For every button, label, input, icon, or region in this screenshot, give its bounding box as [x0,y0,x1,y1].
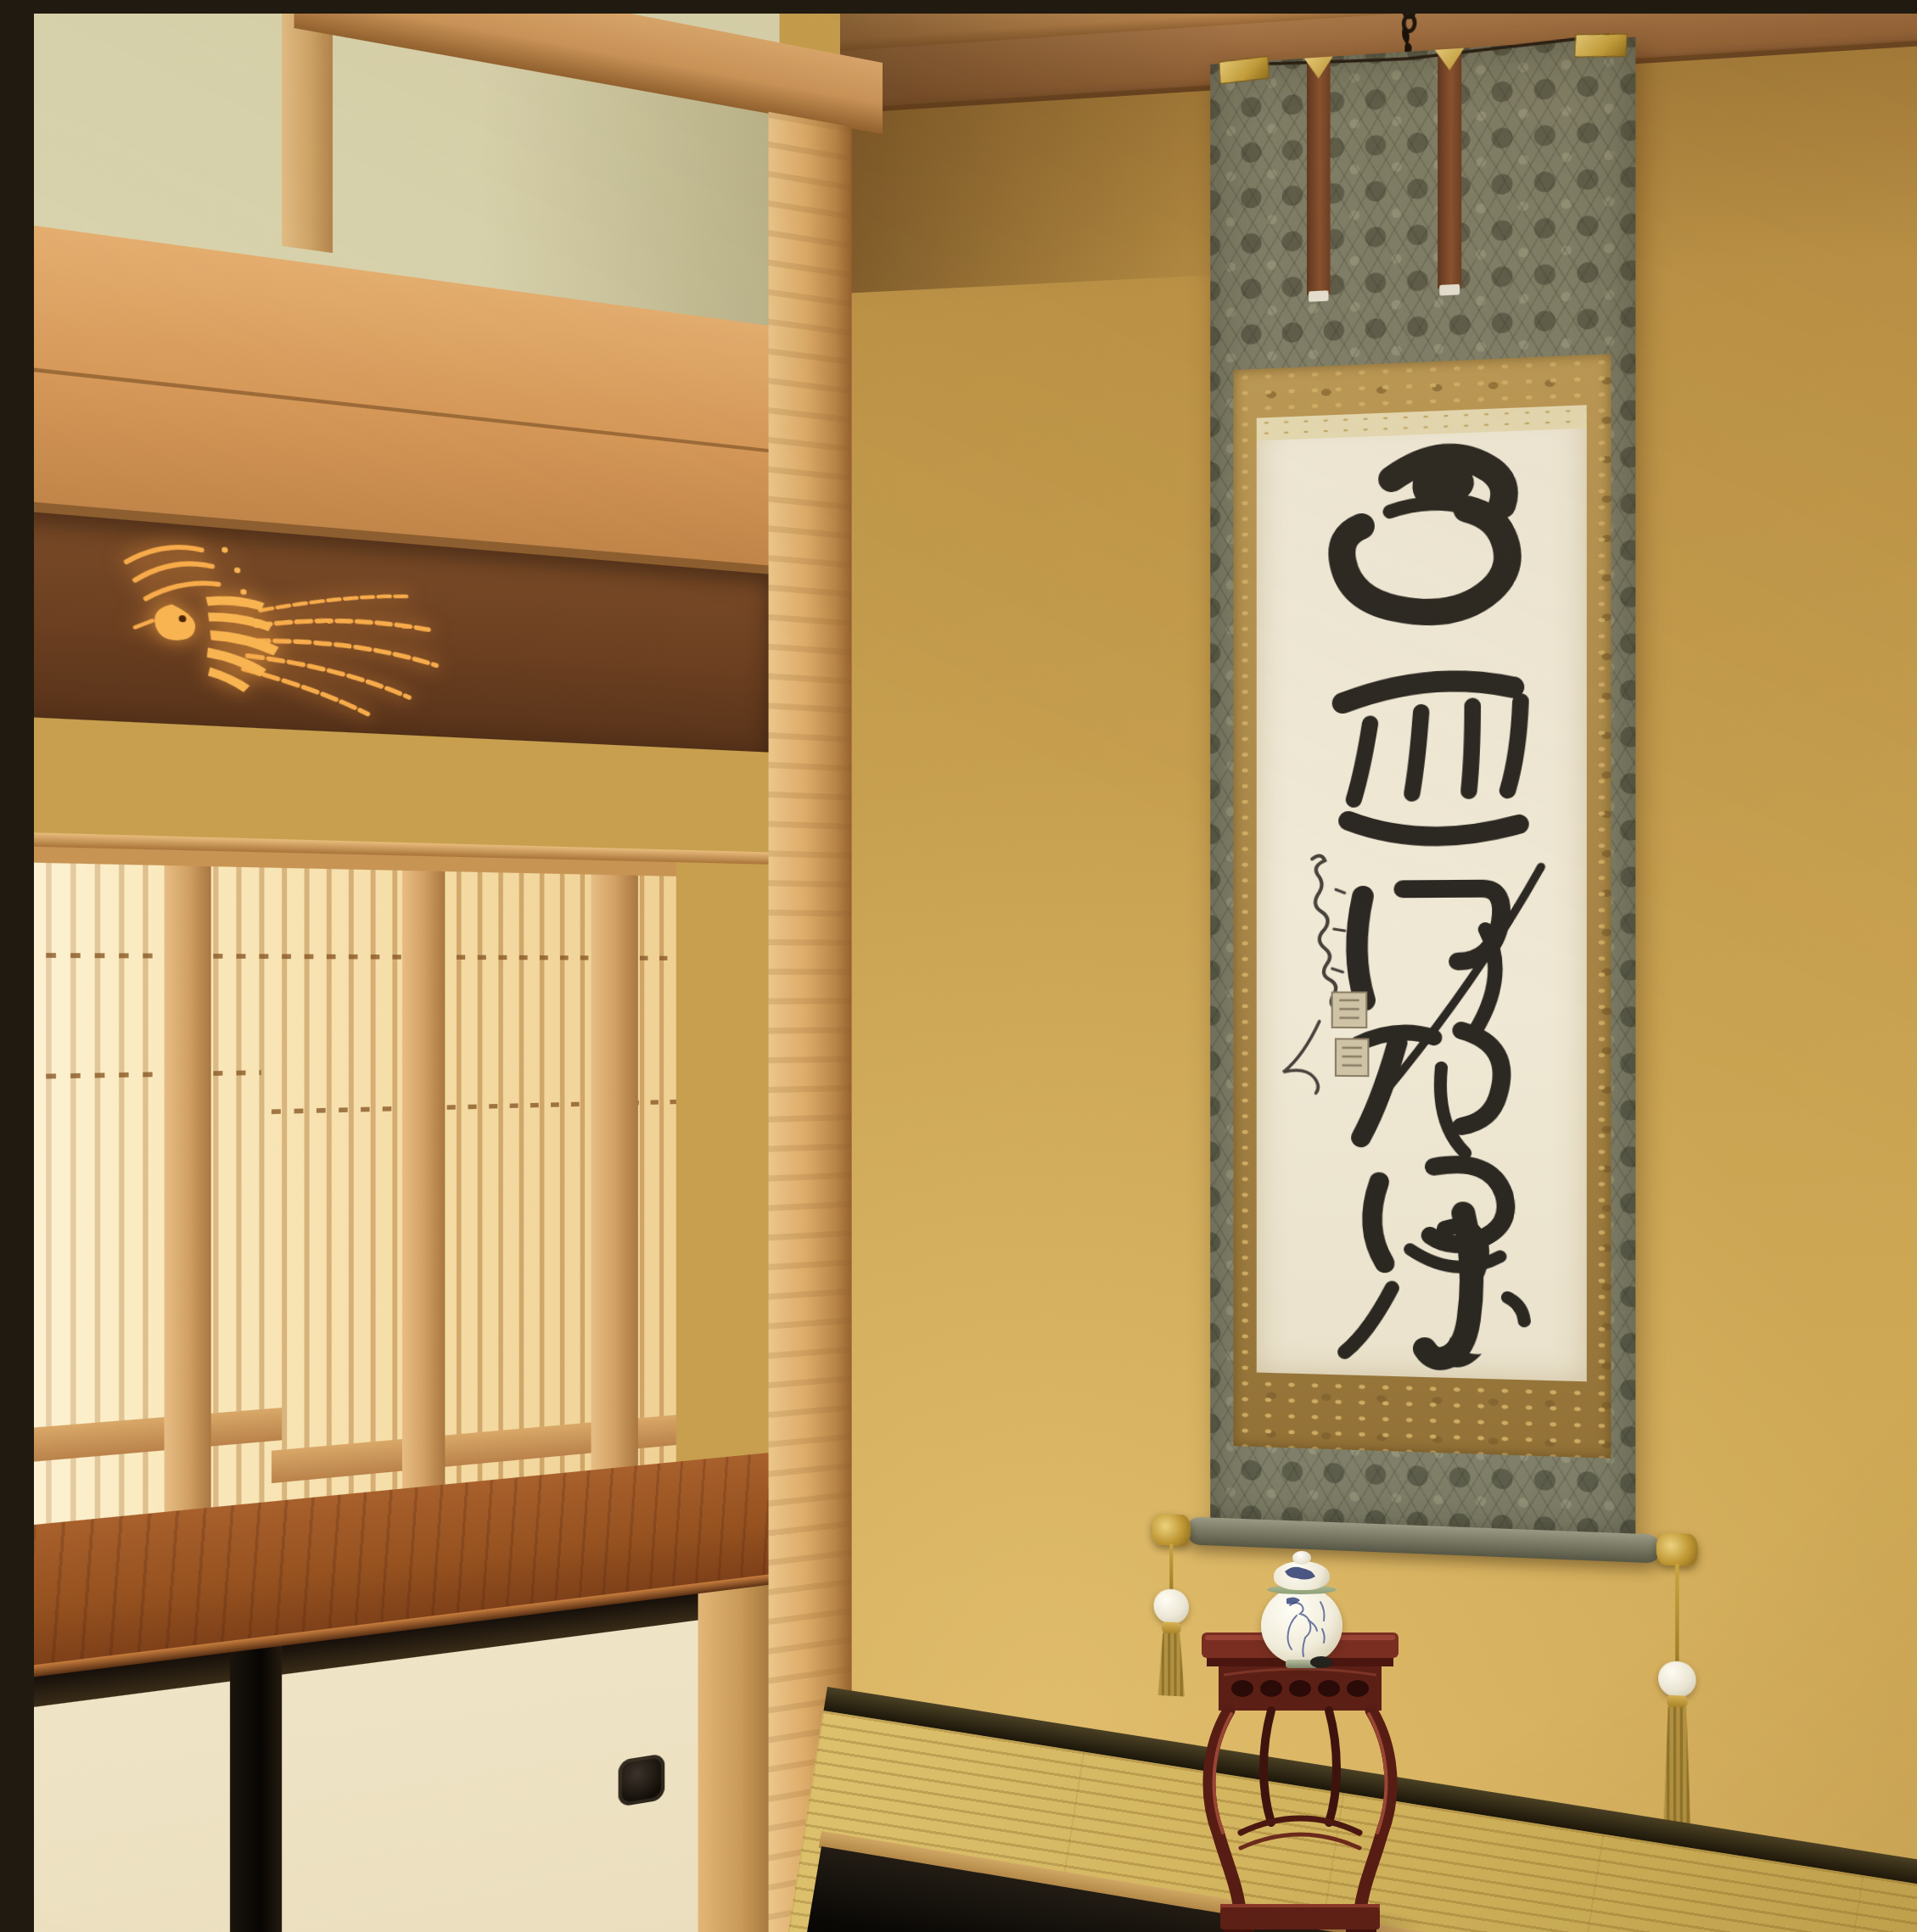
porcelain-jar [1259,1551,1344,1670]
fuchin-ball [1153,1588,1189,1625]
futai-clip-icon [1435,48,1465,71]
fuchin-weight-left [1152,1543,1191,1754]
window-mullion [591,860,638,1470]
window-mullion [402,855,445,1488]
cabinet-wood-stile [698,1585,769,1932]
jar-lid-splash [1278,1563,1326,1585]
corner-fitting-right [1574,33,1628,57]
fuchin-ball [1658,1660,1696,1699]
futai-ribbon-left [1307,59,1331,295]
phoenix-carving [63,524,494,730]
roller-knob-right [1656,1532,1698,1566]
window-wall [34,14,883,1932]
shoji-window [34,841,676,1549]
hanging-scroll: 南無阿弥陀仏 Namu Amida Butsu [1210,37,1635,1568]
dark-object-at-jar-base [1310,1656,1332,1668]
fuchin-weight-right [1656,1563,1698,1862]
sliding-door-handle [619,1753,665,1807]
futai-clip-icon [1304,57,1333,80]
scroll-paper [1257,405,1587,1381]
window-mullion [165,850,211,1512]
futai-tip [1309,290,1328,302]
futai-ribbon-right [1438,50,1461,288]
fuchin-tassel [1158,1632,1185,1696]
fuchin-cord [1169,1543,1173,1593]
fuchin-cord [1675,1564,1679,1665]
jar-blue-painting [1271,1595,1332,1658]
roller-knob-left [1152,1514,1191,1547]
calligraphy-artwork [1257,405,1587,1381]
futai-tip [1439,284,1460,296]
tatami-room-photo: Japanese tatami room (washitsu) with a t… [34,14,1917,1932]
cabinet-black-stile [230,1646,282,1932]
wall-batten [282,14,333,253]
corner-post [769,112,852,1932]
